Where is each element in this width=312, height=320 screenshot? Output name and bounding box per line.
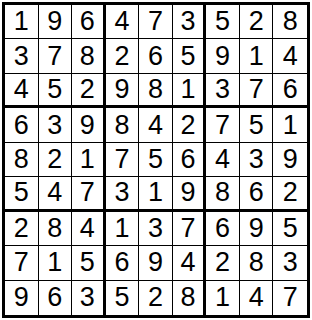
cell-r2c3[interactable]: 8 — [72, 39, 106, 73]
cell-r4c7[interactable]: 7 — [206, 108, 240, 142]
cell-r2c8[interactable]: 1 — [240, 39, 274, 73]
cell-r5c7[interactable]: 4 — [206, 143, 240, 177]
sudoku-board: 1964735283782659144529813766398427518217… — [2, 2, 310, 318]
cell-r5c2[interactable]: 2 — [39, 143, 73, 177]
cell-r4c6[interactable]: 2 — [173, 108, 207, 142]
cell-r6c4[interactable]: 3 — [106, 177, 140, 211]
cell-r6c5[interactable]: 1 — [139, 177, 173, 211]
cell-r5c6[interactable]: 6 — [173, 143, 207, 177]
cell-r7c2[interactable]: 8 — [39, 212, 73, 246]
cell-r2c2[interactable]: 7 — [39, 39, 73, 73]
cell-r7c9[interactable]: 5 — [273, 212, 307, 246]
cell-r7c6[interactable]: 7 — [173, 212, 207, 246]
cell-r1c2[interactable]: 9 — [39, 5, 73, 39]
cell-r9c9[interactable]: 7 — [273, 281, 307, 315]
cell-r5c1[interactable]: 8 — [5, 143, 39, 177]
cell-r7c5[interactable]: 3 — [139, 212, 173, 246]
cell-r4c8[interactable]: 5 — [240, 108, 274, 142]
cell-r8c2[interactable]: 1 — [39, 246, 73, 280]
cell-r8c9[interactable]: 3 — [273, 246, 307, 280]
cell-r2c7[interactable]: 9 — [206, 39, 240, 73]
cell-r6c2[interactable]: 4 — [39, 177, 73, 211]
cell-r5c5[interactable]: 5 — [139, 143, 173, 177]
cell-r4c5[interactable]: 4 — [139, 108, 173, 142]
cell-r8c5[interactable]: 9 — [139, 246, 173, 280]
cell-r8c1[interactable]: 7 — [5, 246, 39, 280]
cell-r4c2[interactable]: 3 — [39, 108, 73, 142]
cell-r4c1[interactable]: 6 — [5, 108, 39, 142]
cell-r6c1[interactable]: 5 — [5, 177, 39, 211]
cell-r1c8[interactable]: 2 — [240, 5, 274, 39]
cell-r2c4[interactable]: 2 — [106, 39, 140, 73]
cell-r3c1[interactable]: 4 — [5, 74, 39, 108]
cell-r4c9[interactable]: 1 — [273, 108, 307, 142]
cell-r3c7[interactable]: 3 — [206, 74, 240, 108]
cell-r1c6[interactable]: 3 — [173, 5, 207, 39]
cell-r4c4[interactable]: 8 — [106, 108, 140, 142]
cell-r3c9[interactable]: 6 — [273, 74, 307, 108]
cell-r4c3[interactable]: 9 — [72, 108, 106, 142]
cell-r7c7[interactable]: 6 — [206, 212, 240, 246]
cell-r6c6[interactable]: 9 — [173, 177, 207, 211]
cell-r3c3[interactable]: 2 — [72, 74, 106, 108]
cell-r3c8[interactable]: 7 — [240, 74, 274, 108]
cell-r8c6[interactable]: 4 — [173, 246, 207, 280]
cell-r1c5[interactable]: 7 — [139, 5, 173, 39]
cell-r6c9[interactable]: 2 — [273, 177, 307, 211]
cell-r9c2[interactable]: 6 — [39, 281, 73, 315]
cell-r9c3[interactable]: 3 — [72, 281, 106, 315]
cell-r3c5[interactable]: 8 — [139, 74, 173, 108]
cell-r3c4[interactable]: 9 — [106, 74, 140, 108]
cell-r9c5[interactable]: 2 — [139, 281, 173, 315]
cell-r3c2[interactable]: 5 — [39, 74, 73, 108]
cell-r9c7[interactable]: 1 — [206, 281, 240, 315]
cell-r6c3[interactable]: 7 — [72, 177, 106, 211]
cell-r5c4[interactable]: 7 — [106, 143, 140, 177]
cell-r7c1[interactable]: 2 — [5, 212, 39, 246]
cell-r1c3[interactable]: 6 — [72, 5, 106, 39]
sudoku-board-wrapper: 1964735283782659144529813766398427518217… — [0, 0, 312, 320]
cell-r8c4[interactable]: 6 — [106, 246, 140, 280]
cell-r7c8[interactable]: 9 — [240, 212, 274, 246]
cell-r2c5[interactable]: 6 — [139, 39, 173, 73]
cell-r8c8[interactable]: 8 — [240, 246, 274, 280]
cell-r2c6[interactable]: 5 — [173, 39, 207, 73]
cell-r2c9[interactable]: 4 — [273, 39, 307, 73]
cell-r1c7[interactable]: 5 — [206, 5, 240, 39]
cell-r3c6[interactable]: 1 — [173, 74, 207, 108]
cell-r9c1[interactable]: 9 — [5, 281, 39, 315]
cell-r5c3[interactable]: 1 — [72, 143, 106, 177]
cell-r6c8[interactable]: 6 — [240, 177, 274, 211]
cell-r1c1[interactable]: 1 — [5, 5, 39, 39]
cell-r9c4[interactable]: 5 — [106, 281, 140, 315]
cell-r2c1[interactable]: 3 — [5, 39, 39, 73]
cell-r7c4[interactable]: 1 — [106, 212, 140, 246]
cell-r5c9[interactable]: 9 — [273, 143, 307, 177]
cell-r1c9[interactable]: 8 — [273, 5, 307, 39]
cell-r6c7[interactable]: 8 — [206, 177, 240, 211]
cell-r7c3[interactable]: 4 — [72, 212, 106, 246]
cell-r9c6[interactable]: 8 — [173, 281, 207, 315]
cell-r1c4[interactable]: 4 — [106, 5, 140, 39]
cell-r8c7[interactable]: 2 — [206, 246, 240, 280]
cell-r8c3[interactable]: 5 — [72, 246, 106, 280]
cell-r5c8[interactable]: 3 — [240, 143, 274, 177]
cell-r9c8[interactable]: 4 — [240, 281, 274, 315]
